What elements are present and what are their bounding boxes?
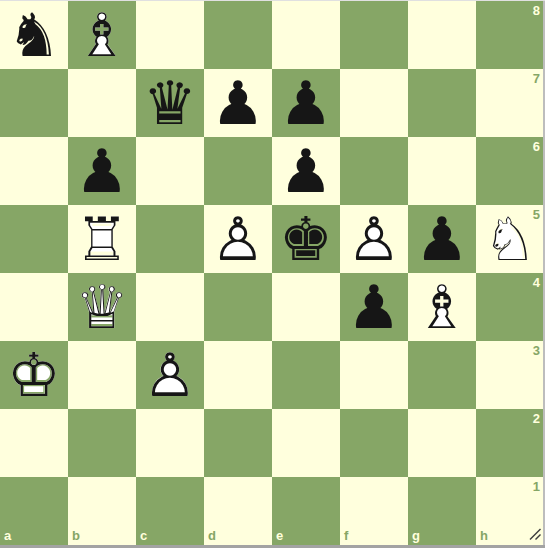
square-e5[interactable]: ♚ [272,205,340,273]
piece-black-king-e5[interactable]: ♚ [272,205,340,273]
square-e3[interactable] [272,341,340,409]
piece-white-pawn-f5[interactable]: ♟♙ [340,205,408,273]
square-a8[interactable]: ♞ [0,1,68,69]
white-piece-outline: ♕ [68,273,136,341]
square-h6[interactable]: 6 [476,137,544,205]
board-resize-handle-icon[interactable] [528,527,542,541]
file-label-c: c [140,529,147,542]
rank-label-1: 1 [533,480,540,493]
square-d5[interactable]: ♟♙ [204,205,272,273]
piece-white-bishop-g4[interactable]: ♝♗ [408,273,476,341]
square-b1[interactable]: b [68,477,136,545]
file-label-b: b [72,529,80,542]
white-piece-outline: ♙ [340,205,408,273]
square-d7[interactable]: ♟ [204,69,272,137]
square-c2[interactable] [136,409,204,477]
white-piece-outline: ♗ [68,1,136,69]
piece-white-pawn-c3[interactable]: ♟♙ [136,341,204,409]
square-a6[interactable] [0,137,68,205]
black-piece-glyph: ♟ [204,69,272,137]
square-a5[interactable] [0,205,68,273]
file-label-g: g [412,529,420,542]
black-piece-glyph: ♞ [0,1,68,69]
square-c4[interactable] [136,273,204,341]
square-h5[interactable]: 5♞♘ [476,205,544,273]
square-f3[interactable] [340,341,408,409]
black-piece-glyph: ♟ [408,205,476,273]
piece-white-queen-b4[interactable]: ♛♕ [68,273,136,341]
file-label-f: f [344,529,348,542]
file-label-e: e [276,529,283,542]
rank-label-6: 6 [533,140,540,153]
square-f2[interactable] [340,409,408,477]
rank-label-3: 3 [533,344,540,357]
file-label-h: h [480,529,488,542]
square-h3[interactable]: 3 [476,341,544,409]
square-g1[interactable]: g [408,477,476,545]
piece-black-pawn-f4[interactable]: ♟ [340,273,408,341]
square-g2[interactable] [408,409,476,477]
white-piece-fill: ♟ [204,205,272,273]
square-d4[interactable] [204,273,272,341]
white-piece-fill: ♝ [408,273,476,341]
white-piece-outline: ♖ [68,205,136,273]
square-a1[interactable]: a [0,477,68,545]
square-b4[interactable]: ♛♕ [68,273,136,341]
square-d3[interactable] [204,341,272,409]
board-frame: ♞♝♗8♛♟♟7♟♟6♜♖♟♙♚♟♙♟5♞♘♛♕♟♝♗4♚♔♟♙32abcdef… [0,0,545,548]
piece-black-pawn-d7[interactable]: ♟ [204,69,272,137]
square-f7[interactable] [340,69,408,137]
piece-black-knight-a8[interactable]: ♞ [0,1,68,69]
black-piece-glyph: ♟ [68,137,136,205]
square-a4[interactable] [0,273,68,341]
square-b8[interactable]: ♝♗ [68,1,136,69]
piece-black-pawn-g5[interactable]: ♟ [408,205,476,273]
white-piece-outline: ♙ [204,205,272,273]
square-d1[interactable]: d [204,477,272,545]
square-b6[interactable]: ♟ [68,137,136,205]
square-f6[interactable] [340,137,408,205]
square-h8[interactable]: 8 [476,1,544,69]
square-e8[interactable] [272,1,340,69]
square-d2[interactable] [204,409,272,477]
square-h7[interactable]: 7 [476,69,544,137]
square-e2[interactable] [272,409,340,477]
chess-board: ♞♝♗8♛♟♟7♟♟6♜♖♟♙♚♟♙♟5♞♘♛♕♟♝♗4♚♔♟♙32abcdef… [0,1,544,545]
square-g3[interactable] [408,341,476,409]
square-c8[interactable] [136,1,204,69]
square-e1[interactable]: e [272,477,340,545]
square-f4[interactable]: ♟ [340,273,408,341]
square-g4[interactable]: ♝♗ [408,273,476,341]
rank-label-7: 7 [533,72,540,85]
white-piece-fill: ♟ [340,205,408,273]
file-label-a: a [4,529,11,542]
square-c3[interactable]: ♟♙ [136,341,204,409]
white-piece-fill: ♜ [68,205,136,273]
square-g8[interactable] [408,1,476,69]
square-g7[interactable] [408,69,476,137]
black-piece-glyph: ♟ [272,137,340,205]
square-d6[interactable] [204,137,272,205]
square-c5[interactable] [136,205,204,273]
square-c7[interactable]: ♛ [136,69,204,137]
piece-white-rook-b5[interactable]: ♜♖ [68,205,136,273]
square-c6[interactable] [136,137,204,205]
rank-label-8: 8 [533,4,540,17]
square-e6[interactable]: ♟ [272,137,340,205]
black-piece-glyph: ♚ [272,205,340,273]
white-piece-outline: ♗ [408,273,476,341]
white-piece-fill: ♛ [68,273,136,341]
square-e7[interactable]: ♟ [272,69,340,137]
square-f5[interactable]: ♟♙ [340,205,408,273]
piece-white-king-a3[interactable]: ♚♔ [0,341,68,409]
piece-black-queen-c7[interactable]: ♛ [136,69,204,137]
white-piece-fill: ♚ [0,341,68,409]
piece-white-pawn-d5[interactable]: ♟♙ [204,205,272,273]
white-piece-outline: ♔ [0,341,68,409]
black-piece-glyph: ♟ [272,69,340,137]
square-a7[interactable] [0,69,68,137]
square-h4[interactable]: 4 [476,273,544,341]
square-f8[interactable] [340,1,408,69]
piece-black-pawn-b6[interactable]: ♟ [68,137,136,205]
white-piece-fill: ♝ [68,1,136,69]
piece-black-pawn-e6[interactable]: ♟ [272,137,340,205]
square-g5[interactable]: ♟ [408,205,476,273]
rank-label-4: 4 [533,276,540,289]
white-piece-fill: ♟ [136,341,204,409]
square-a3[interactable]: ♚♔ [0,341,68,409]
piece-black-pawn-e7[interactable]: ♟ [272,69,340,137]
rank-label-2: 2 [533,412,540,425]
square-b7[interactable] [68,69,136,137]
square-c1[interactable]: c [136,477,204,545]
square-f1[interactable]: f [340,477,408,545]
white-piece-outline: ♙ [136,341,204,409]
square-b5[interactable]: ♜♖ [68,205,136,273]
square-b3[interactable] [68,341,136,409]
piece-white-bishop-b8[interactable]: ♝♗ [68,1,136,69]
black-piece-glyph: ♟ [340,273,408,341]
square-b2[interactable] [68,409,136,477]
square-g6[interactable] [408,137,476,205]
black-piece-glyph: ♛ [136,69,204,137]
square-h2[interactable]: 2 [476,409,544,477]
square-a2[interactable] [0,409,68,477]
square-e4[interactable] [272,273,340,341]
rank-label-5: 5 [533,208,540,221]
square-h1[interactable]: 1h [476,477,544,545]
file-label-d: d [208,529,216,542]
square-d8[interactable] [204,1,272,69]
